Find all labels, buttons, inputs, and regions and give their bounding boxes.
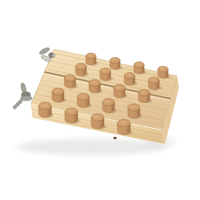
peg-board-photo [0, 0, 200, 200]
peg-r1c3 [134, 62, 146, 75]
washer [20, 96, 32, 101]
front-edge-screw-hole [113, 137, 116, 140]
product-photo [0, 0, 200, 200]
wing-nut-bolt-left [14, 82, 33, 108]
peg-r1c4 [158, 66, 170, 79]
bolt-tip [52, 54, 55, 56]
